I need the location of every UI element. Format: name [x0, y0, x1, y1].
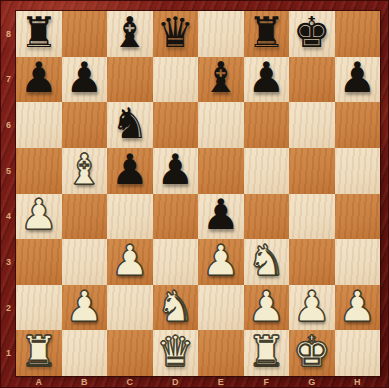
square-d1[interactable]: ♛	[153, 330, 199, 376]
square-d3[interactable]	[153, 239, 199, 285]
square-c5[interactable]: ♟	[107, 148, 153, 194]
square-f7[interactable]: ♟	[244, 57, 290, 103]
white-rook-a1[interactable]: ♜	[20, 331, 58, 373]
square-h2[interactable]: ♟	[335, 285, 381, 331]
square-c7[interactable]	[107, 57, 153, 103]
square-f4[interactable]	[244, 194, 290, 240]
square-e1[interactable]	[198, 330, 244, 376]
black-knight-c6[interactable]: ♞	[111, 103, 149, 145]
white-knight-d2[interactable]: ♞	[156, 286, 194, 328]
square-d5[interactable]: ♟	[153, 148, 199, 194]
square-g5[interactable]	[289, 148, 335, 194]
black-rook-a8[interactable]: ♜	[20, 12, 58, 54]
square-h5[interactable]	[335, 148, 381, 194]
square-g4[interactable]	[289, 194, 335, 240]
black-king-g8[interactable]: ♚	[293, 12, 331, 54]
square-f1[interactable]: ♜	[244, 330, 290, 376]
file-label-f: F	[244, 375, 290, 388]
rank-label-6: 6	[1, 102, 16, 148]
black-pawn-e4[interactable]: ♟	[202, 194, 240, 236]
square-a2[interactable]	[16, 285, 62, 331]
black-bishop-e7[interactable]: ♝	[202, 57, 240, 99]
square-f6[interactable]	[244, 102, 290, 148]
square-b7[interactable]: ♟	[62, 57, 108, 103]
black-bishop-c8[interactable]: ♝	[111, 12, 149, 54]
white-pawn-g2[interactable]: ♟	[293, 286, 331, 328]
square-f2[interactable]: ♟	[244, 285, 290, 331]
rank-label-8: 8	[1, 11, 16, 57]
white-pawn-c3[interactable]: ♟	[111, 240, 149, 282]
square-c6[interactable]: ♞	[107, 102, 153, 148]
black-pawn-b7[interactable]: ♟	[65, 57, 103, 99]
file-label-b: B	[62, 375, 108, 388]
square-d8[interactable]: ♛	[153, 11, 199, 57]
white-king-g1[interactable]: ♚	[293, 331, 331, 373]
square-c1[interactable]	[107, 330, 153, 376]
square-h3[interactable]	[335, 239, 381, 285]
square-h6[interactable]	[335, 102, 381, 148]
file-label-a: A	[16, 375, 62, 388]
rank-label-5: 5	[1, 148, 16, 194]
file-label-c: C	[107, 375, 153, 388]
square-f8[interactable]: ♜	[244, 11, 290, 57]
square-c8[interactable]: ♝	[107, 11, 153, 57]
square-e3[interactable]: ♟	[198, 239, 244, 285]
square-b6[interactable]	[62, 102, 108, 148]
white-bishop-b5[interactable]: ♝	[65, 149, 103, 191]
square-g1[interactable]: ♚	[289, 330, 335, 376]
rank-label-3: 3	[1, 239, 16, 285]
square-a4[interactable]: ♟	[16, 194, 62, 240]
square-e6[interactable]	[198, 102, 244, 148]
square-b8[interactable]	[62, 11, 108, 57]
white-pawn-f2[interactable]: ♟	[247, 286, 285, 328]
file-label-e: E	[198, 375, 244, 388]
square-a1[interactable]: ♜	[16, 330, 62, 376]
square-e8[interactable]	[198, 11, 244, 57]
square-g2[interactable]: ♟	[289, 285, 335, 331]
black-pawn-h7[interactable]: ♟	[338, 57, 376, 99]
square-h8[interactable]	[335, 11, 381, 57]
square-g8[interactable]: ♚	[289, 11, 335, 57]
square-d4[interactable]	[153, 194, 199, 240]
square-h1[interactable]	[335, 330, 381, 376]
black-rook-f8[interactable]: ♜	[247, 12, 285, 54]
white-knight-f3[interactable]: ♞	[247, 240, 285, 282]
square-a8[interactable]: ♜	[16, 11, 62, 57]
square-b4[interactable]	[62, 194, 108, 240]
square-a7[interactable]: ♟	[16, 57, 62, 103]
white-queen-d1[interactable]: ♛	[156, 331, 194, 373]
square-e4[interactable]: ♟	[198, 194, 244, 240]
square-b5[interactable]: ♝	[62, 148, 108, 194]
square-g7[interactable]	[289, 57, 335, 103]
file-label-d: D	[153, 375, 199, 388]
square-d2[interactable]: ♞	[153, 285, 199, 331]
white-pawn-h2[interactable]: ♟	[338, 286, 376, 328]
square-b3[interactable]	[62, 239, 108, 285]
square-e2[interactable]	[198, 285, 244, 331]
square-b2[interactable]: ♟	[62, 285, 108, 331]
square-h4[interactable]	[335, 194, 381, 240]
black-queen-d8[interactable]: ♛	[156, 12, 194, 54]
square-a6[interactable]	[16, 102, 62, 148]
square-a5[interactable]	[16, 148, 62, 194]
square-f5[interactable]	[244, 148, 290, 194]
black-pawn-c5[interactable]: ♟	[111, 149, 149, 191]
chessboard-frame: ♜♝♛♜♚♟♟♝♟♟♞♝♟♟♟♟♟♟♞♟♞♟♟♟♜♛♜♚ 87654321 AB…	[0, 0, 389, 388]
rank-label-4: 4	[1, 194, 16, 240]
black-pawn-a7[interactable]: ♟	[20, 57, 58, 99]
square-b1[interactable]	[62, 330, 108, 376]
square-a3[interactable]	[16, 239, 62, 285]
square-d6[interactable]	[153, 102, 199, 148]
white-pawn-e3[interactable]: ♟	[202, 240, 240, 282]
rank-label-1: 1	[1, 330, 16, 376]
square-c4[interactable]	[107, 194, 153, 240]
white-pawn-b2[interactable]: ♟	[65, 286, 103, 328]
square-g6[interactable]	[289, 102, 335, 148]
square-c3[interactable]: ♟	[107, 239, 153, 285]
file-label-h: H	[335, 375, 381, 388]
black-pawn-d5[interactable]: ♟	[156, 149, 194, 191]
chessboard: ♜♝♛♜♚♟♟♝♟♟♞♝♟♟♟♟♟♟♞♟♞♟♟♟♜♛♜♚	[16, 11, 380, 376]
square-d7[interactable]	[153, 57, 199, 103]
square-f3[interactable]: ♞	[244, 239, 290, 285]
square-h7[interactable]: ♟	[335, 57, 381, 103]
file-label-g: G	[289, 375, 335, 388]
square-e5[interactable]	[198, 148, 244, 194]
square-g3[interactable]	[289, 239, 335, 285]
square-c2[interactable]	[107, 285, 153, 331]
white-pawn-a4[interactable]: ♟	[20, 194, 58, 236]
square-e7[interactable]: ♝	[198, 57, 244, 103]
black-pawn-f7[interactable]: ♟	[247, 57, 285, 99]
white-rook-f1[interactable]: ♜	[247, 331, 285, 373]
rank-label-2: 2	[1, 285, 16, 331]
rank-label-7: 7	[1, 57, 16, 103]
